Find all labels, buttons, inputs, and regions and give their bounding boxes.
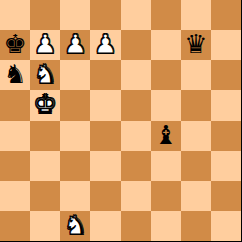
square-b1[interactable] (30, 211, 60, 241)
white-knight[interactable]: ♞ (64, 212, 87, 238)
square-d5[interactable] (90, 90, 120, 120)
square-a7[interactable]: ♚ (0, 30, 30, 60)
square-f5[interactable] (151, 90, 181, 120)
white-king[interactable]: ♚ (34, 91, 57, 117)
square-h6[interactable] (211, 60, 241, 90)
square-f3[interactable] (151, 151, 181, 181)
square-e7[interactable] (121, 30, 151, 60)
square-g6[interactable] (181, 60, 211, 90)
square-h1[interactable] (211, 211, 241, 241)
square-g1[interactable] (181, 211, 211, 241)
square-b4[interactable] (30, 121, 60, 151)
square-h2[interactable] (211, 181, 241, 211)
square-c7[interactable]: ♟ (60, 30, 90, 60)
square-a8[interactable] (0, 0, 30, 30)
square-f2[interactable] (151, 181, 181, 211)
black-queen[interactable]: ♛ (184, 31, 207, 57)
square-d3[interactable] (90, 151, 120, 181)
square-c4[interactable] (60, 121, 90, 151)
square-b6[interactable]: ♞ (30, 60, 60, 90)
square-e1[interactable] (121, 211, 151, 241)
chess-board: ♚♟♟♟♛♞♞♚♝♞ (0, 0, 242, 242)
black-bishop[interactable]: ♝ (154, 122, 177, 148)
square-f7[interactable] (151, 30, 181, 60)
square-g3[interactable] (181, 151, 211, 181)
square-b7[interactable]: ♟ (30, 30, 60, 60)
square-g4[interactable] (181, 121, 211, 151)
square-g7[interactable]: ♛ (181, 30, 211, 60)
black-king[interactable]: ♚ (3, 31, 26, 57)
chess-board-window: ♚♟♟♟♛♞♞♚♝♞ (0, 0, 242, 242)
square-d8[interactable] (90, 0, 120, 30)
square-f4[interactable]: ♝ (151, 121, 181, 151)
square-h3[interactable] (211, 151, 241, 181)
square-d6[interactable] (90, 60, 120, 90)
square-a3[interactable] (0, 151, 30, 181)
square-e8[interactable] (121, 0, 151, 30)
white-pawn[interactable]: ♟ (34, 31, 57, 57)
square-g5[interactable] (181, 90, 211, 120)
square-c5[interactable] (60, 90, 90, 120)
square-c1[interactable]: ♞ (60, 211, 90, 241)
square-c8[interactable] (60, 0, 90, 30)
square-a6[interactable]: ♞ (0, 60, 30, 90)
square-d4[interactable] (90, 121, 120, 151)
white-pawn[interactable]: ♟ (94, 31, 117, 57)
square-g8[interactable] (181, 0, 211, 30)
black-knight[interactable]: ♞ (3, 61, 26, 87)
square-e5[interactable] (121, 90, 151, 120)
square-h4[interactable] (211, 121, 241, 151)
square-b2[interactable] (30, 181, 60, 211)
square-d1[interactable] (90, 211, 120, 241)
square-c3[interactable] (60, 151, 90, 181)
square-e3[interactable] (121, 151, 151, 181)
square-h7[interactable] (211, 30, 241, 60)
square-c6[interactable] (60, 60, 90, 90)
square-a1[interactable] (0, 211, 30, 241)
square-a4[interactable] (0, 121, 30, 151)
square-f1[interactable] (151, 211, 181, 241)
square-d7[interactable]: ♟ (90, 30, 120, 60)
white-knight[interactable]: ♞ (34, 61, 57, 87)
square-e6[interactable] (121, 60, 151, 90)
square-h8[interactable] (211, 0, 241, 30)
square-b5[interactable]: ♚ (30, 90, 60, 120)
square-b8[interactable] (30, 0, 60, 30)
square-h5[interactable] (211, 90, 241, 120)
square-a5[interactable] (0, 90, 30, 120)
square-f8[interactable] (151, 0, 181, 30)
white-pawn[interactable]: ♟ (64, 31, 87, 57)
square-g2[interactable] (181, 181, 211, 211)
square-c2[interactable] (60, 181, 90, 211)
square-d2[interactable] (90, 181, 120, 211)
square-f6[interactable] (151, 60, 181, 90)
square-a2[interactable] (0, 181, 30, 211)
square-e2[interactable] (121, 181, 151, 211)
square-e4[interactable] (121, 121, 151, 151)
square-b3[interactable] (30, 151, 60, 181)
